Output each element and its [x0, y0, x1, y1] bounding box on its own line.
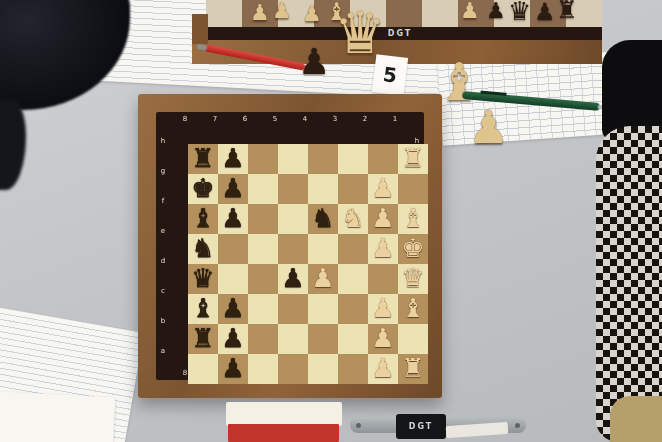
square-d5[interactable]: ♟ [278, 264, 308, 294]
file-label-h: h [156, 126, 170, 156]
square-a3[interactable] [338, 354, 368, 384]
square-a7[interactable]: ♟ [218, 354, 248, 384]
square-g8[interactable]: ♚ [188, 174, 218, 204]
black-knight-f4[interactable]: ♞ [308, 204, 338, 234]
white-pawn-d4[interactable]: ♟ [308, 264, 338, 294]
rank-label-7: 7 [200, 112, 230, 126]
black-pawn-second-board: ♟ [534, 0, 556, 24]
captured-black-pawn[interactable]: ♟ [298, 44, 330, 80]
square-g3[interactable] [338, 174, 368, 204]
rank-label-3: 3 [320, 112, 350, 126]
screw-icon [356, 423, 361, 428]
rank-labels-top: 87654321 [170, 112, 410, 126]
left-player-arm [0, 0, 130, 110]
square-b8[interactable]: ♜ [188, 324, 218, 354]
square-g1[interactable] [398, 174, 428, 204]
board-number-card: 5 [372, 54, 408, 96]
square-b3[interactable] [338, 324, 368, 354]
square-a6[interactable] [248, 354, 278, 384]
square-g7[interactable]: ♟ [218, 174, 248, 204]
square-c6[interactable] [248, 294, 278, 324]
left-player-arm-lower [0, 100, 26, 190]
white-queen-d1[interactable]: ♛ [398, 264, 428, 294]
square-h4[interactable] [308, 144, 338, 174]
white-bishop-f1[interactable]: ♝ [398, 204, 428, 234]
square-e4[interactable] [308, 234, 338, 264]
black-pawn-b7[interactable]: ♟ [218, 324, 248, 354]
white-pawn-g2[interactable]: ♟ [368, 174, 398, 204]
square-h7[interactable]: ♟ [218, 144, 248, 174]
rank-label-8: 8 [170, 112, 200, 126]
square-d3[interactable] [338, 264, 368, 294]
square-h6[interactable] [248, 144, 278, 174]
second-board-corner [192, 14, 208, 44]
white-knight-f3[interactable]: ♞ [338, 204, 368, 234]
square-f1[interactable]: ♝ [398, 204, 428, 234]
square-d7[interactable] [218, 264, 248, 294]
black-bishop-f8[interactable]: ♝ [188, 204, 218, 234]
square-f8[interactable]: ♝ [188, 204, 218, 234]
second-board-square [386, 0, 422, 27]
square-a5[interactable] [278, 354, 308, 384]
white-pawn-c2[interactable]: ♟ [368, 294, 398, 324]
white-bishop-c1[interactable]: ♝ [398, 294, 428, 324]
board-squares: ♜♟♜♚♟♟♝♟♞♞♟♝♞♟♚♛♟♟♛♝♟♟♝♜♟♟♟♟♜ [188, 144, 428, 384]
red-white-box-side [228, 424, 339, 442]
black-pawn-second-board: ♟ [486, 0, 506, 22]
square-c1[interactable]: ♝ [398, 294, 428, 324]
second-board-square [206, 0, 242, 27]
screw-icon [515, 423, 520, 428]
second-board-coord-band: DGT [198, 27, 602, 40]
white-pawn-second-board: ♟ [250, 2, 270, 24]
square-c8[interactable]: ♝ [188, 294, 218, 324]
black-rook-second-board: ♜ [556, 0, 578, 22]
square-a8[interactable] [188, 354, 218, 384]
black-queen-second-board: ♛ [508, 0, 531, 24]
black-knight-e8[interactable]: ♞ [188, 234, 218, 264]
square-e1[interactable]: ♚ [398, 234, 428, 264]
square-c3[interactable] [338, 294, 368, 324]
square-g4[interactable] [308, 174, 338, 204]
square-d2[interactable] [368, 264, 398, 294]
square-b5[interactable] [278, 324, 308, 354]
square-e2[interactable]: ♟ [368, 234, 398, 264]
square-h3[interactable] [338, 144, 368, 174]
square-b2[interactable]: ♟ [368, 324, 398, 354]
square-h5[interactable] [278, 144, 308, 174]
black-pawn-a7[interactable]: ♟ [218, 354, 248, 384]
square-b7[interactable]: ♟ [218, 324, 248, 354]
black-rook-b8[interactable]: ♜ [188, 324, 218, 354]
black-pawn-d5[interactable]: ♟ [278, 264, 308, 294]
square-g5[interactable] [278, 174, 308, 204]
coordinate-band: 87654321 87654321 hgfedcba hgfedcba ♜♟♜♚… [156, 112, 424, 380]
square-h2[interactable] [368, 144, 398, 174]
file-label-g: g [156, 156, 170, 186]
black-pawn-h7[interactable]: ♟ [218, 144, 248, 174]
black-pawn-c7[interactable]: ♟ [218, 294, 248, 324]
rank-label-4: 4 [290, 112, 320, 126]
square-a1[interactable]: ♜ [398, 354, 428, 384]
rank-label-2: 2 [350, 112, 380, 126]
black-rook-h8[interactable]: ♜ [188, 144, 218, 174]
dgt-clip-body: DGT [396, 414, 446, 439]
white-pawn-a2[interactable]: ♟ [368, 354, 398, 384]
square-c4[interactable] [308, 294, 338, 324]
main-board: 87654321 87654321 hgfedcba hgfedcba ♜♟♜♚… [138, 94, 442, 398]
square-f3[interactable]: ♞ [338, 204, 368, 234]
rank-label-5: 5 [260, 112, 290, 126]
white-pawn-second-board: ♟ [302, 3, 322, 25]
square-e8[interactable]: ♞ [188, 234, 218, 264]
square-h8[interactable]: ♜ [188, 144, 218, 174]
board-number: 5 [382, 62, 399, 88]
square-b4[interactable] [308, 324, 338, 354]
square-f6[interactable] [248, 204, 278, 234]
square-e3[interactable] [338, 234, 368, 264]
square-f7[interactable]: ♟ [218, 204, 248, 234]
square-d8[interactable]: ♛ [188, 264, 218, 294]
square-d6[interactable] [248, 264, 278, 294]
black-king-g8[interactable]: ♚ [188, 174, 218, 204]
tournament-scene: DGT ♟♟♟♝♟♟♛♟♜ ♛♟♟♝♟ 5 87654321 87654321 … [0, 0, 662, 442]
black-bishop-c8[interactable]: ♝ [188, 294, 218, 324]
white-rook-h1[interactable]: ♜ [398, 144, 428, 174]
dgt-logo-clip: DGT [409, 422, 434, 431]
square-a2[interactable]: ♟ [368, 354, 398, 384]
file-labels-left: hgfedcba [156, 126, 170, 366]
paper-bottom-left-2 [0, 391, 115, 442]
white-pawn-b2[interactable]: ♟ [368, 324, 398, 354]
white-pawn-second-board: ♟ [272, 0, 292, 22]
square-d1[interactable]: ♛ [398, 264, 428, 294]
square-c5[interactable] [278, 294, 308, 324]
square-c2[interactable]: ♟ [368, 294, 398, 324]
right-player-houndstooth-jacket [596, 126, 662, 442]
square-b6[interactable] [248, 324, 278, 354]
dgt-logo-top-board: DGT [388, 29, 413, 38]
file-label-e: e [156, 216, 170, 246]
captured-white-pawn[interactable]: ♟ [468, 104, 509, 150]
captured-white-queen[interactable]: ♛ [334, 4, 386, 62]
square-f5[interactable] [278, 204, 308, 234]
white-pawn-f2[interactable]: ♟ [368, 204, 398, 234]
black-pawn-g7[interactable]: ♟ [218, 174, 248, 204]
file-label-f: f [156, 186, 170, 216]
square-d4[interactable]: ♟ [308, 264, 338, 294]
black-queen-d8[interactable]: ♛ [188, 264, 218, 294]
white-pawn-second-board: ♟ [460, 0, 480, 22]
square-e7[interactable] [218, 234, 248, 264]
square-h1[interactable]: ♜ [398, 144, 428, 174]
right-player-sleeve [602, 40, 662, 140]
square-e5[interactable] [278, 234, 308, 264]
square-b1[interactable] [398, 324, 428, 354]
red-white-box-lid [226, 402, 342, 426]
file-label-a: a [156, 336, 170, 366]
file-label-d: d [156, 246, 170, 276]
square-f4[interactable]: ♞ [308, 204, 338, 234]
file-label-b: b [156, 306, 170, 336]
square-g6[interactable] [248, 174, 278, 204]
red-white-box [226, 402, 342, 442]
square-e6[interactable] [248, 234, 278, 264]
black-pawn-f7[interactable]: ♟ [218, 204, 248, 234]
white-king-e1[interactable]: ♚ [398, 234, 428, 264]
khaki-bag [610, 396, 662, 442]
file-label-c: c [156, 276, 170, 306]
square-f2[interactable]: ♟ [368, 204, 398, 234]
square-g2[interactable]: ♟ [368, 174, 398, 204]
square-a4[interactable] [308, 354, 338, 384]
second-board-square [422, 0, 458, 27]
white-pawn-e2[interactable]: ♟ [368, 234, 398, 264]
square-c7[interactable]: ♟ [218, 294, 248, 324]
white-rook-a1[interactable]: ♜ [398, 354, 428, 384]
rank-label-6: 6 [230, 112, 260, 126]
rank-label-1: 1 [380, 112, 410, 126]
